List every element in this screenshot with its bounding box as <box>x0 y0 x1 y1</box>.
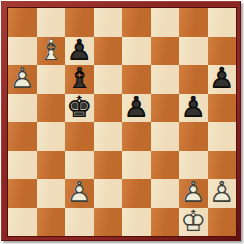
square-g1[interactable]: ♚♔ <box>179 208 208 237</box>
square-d2[interactable] <box>94 179 123 208</box>
square-c4[interactable] <box>65 122 94 151</box>
chess-board: ♝♗♟♙♟♙♝♗♟♙♚♔♟♙♟♙♟♙♟♙♟♙♚♔ <box>8 8 236 236</box>
white-pawn[interactable]: ♟♙ <box>65 179 94 208</box>
square-e3[interactable] <box>122 151 151 180</box>
white-bishop[interactable]: ♝♗ <box>37 37 66 66</box>
piece-glyph-outline: ♙ <box>209 178 235 207</box>
square-b3[interactable] <box>37 151 66 180</box>
square-b1[interactable] <box>37 208 66 237</box>
square-e7[interactable] <box>122 37 151 66</box>
piece-glyph-outline: ♔ <box>180 207 206 236</box>
square-b6[interactable] <box>37 65 66 94</box>
square-g5[interactable]: ♟♙ <box>179 94 208 123</box>
square-h4[interactable] <box>208 122 237 151</box>
square-a5[interactable] <box>8 94 37 123</box>
black-pawn[interactable]: ♟♙ <box>208 65 237 94</box>
square-f6[interactable] <box>151 65 180 94</box>
piece-glyph-outline: ♙ <box>180 93 206 122</box>
square-f4[interactable] <box>151 122 180 151</box>
white-pawn[interactable]: ♟♙ <box>208 179 237 208</box>
black-pawn[interactable]: ♟♙ <box>179 94 208 123</box>
black-king[interactable]: ♚♔ <box>65 94 94 123</box>
square-e8[interactable] <box>122 8 151 37</box>
square-h1[interactable] <box>208 208 237 237</box>
square-a3[interactable] <box>8 151 37 180</box>
square-f2[interactable] <box>151 179 180 208</box>
square-e5[interactable]: ♟♙ <box>122 94 151 123</box>
square-g8[interactable] <box>179 8 208 37</box>
square-h8[interactable] <box>208 8 237 37</box>
square-f8[interactable] <box>151 8 180 37</box>
piece-glyph-outline: ♙ <box>209 64 235 93</box>
board-frame: ♝♗♟♙♟♙♝♗♟♙♚♔♟♙♟♙♟♙♟♙♟♙♚♔ <box>1 1 241 241</box>
square-h5[interactable] <box>208 94 237 123</box>
square-f1[interactable] <box>151 208 180 237</box>
square-f3[interactable] <box>151 151 180 180</box>
square-b4[interactable] <box>37 122 66 151</box>
square-e2[interactable] <box>122 179 151 208</box>
square-c5[interactable]: ♚♔ <box>65 94 94 123</box>
white-pawn[interactable]: ♟♙ <box>8 65 37 94</box>
piece-glyph-outline: ♔ <box>66 93 92 122</box>
square-e4[interactable] <box>122 122 151 151</box>
square-a4[interactable] <box>8 122 37 151</box>
square-d1[interactable] <box>94 208 123 237</box>
piece-glyph-outline: ♙ <box>123 93 149 122</box>
black-pawn[interactable]: ♟♙ <box>122 94 151 123</box>
square-f5[interactable] <box>151 94 180 123</box>
square-d8[interactable] <box>94 8 123 37</box>
square-a6[interactable]: ♟♙ <box>8 65 37 94</box>
square-h2[interactable]: ♟♙ <box>208 179 237 208</box>
piece-glyph-outline: ♙ <box>9 64 35 93</box>
square-d4[interactable] <box>94 122 123 151</box>
square-b2[interactable] <box>37 179 66 208</box>
square-g7[interactable] <box>179 37 208 66</box>
square-b7[interactable]: ♝♗ <box>37 37 66 66</box>
square-d5[interactable] <box>94 94 123 123</box>
piece-glyph-outline: ♙ <box>66 178 92 207</box>
square-d3[interactable] <box>94 151 123 180</box>
square-f7[interactable] <box>151 37 180 66</box>
square-g4[interactable] <box>179 122 208 151</box>
square-h6[interactable]: ♟♙ <box>208 65 237 94</box>
square-c1[interactable] <box>65 208 94 237</box>
white-king[interactable]: ♚♔ <box>179 208 208 237</box>
square-b5[interactable] <box>37 94 66 123</box>
square-e1[interactable] <box>122 208 151 237</box>
piece-glyph-outline: ♗ <box>38 36 64 65</box>
square-a1[interactable] <box>8 208 37 237</box>
square-a2[interactable] <box>8 179 37 208</box>
square-d7[interactable] <box>94 37 123 66</box>
square-c2[interactable]: ♟♙ <box>65 179 94 208</box>
square-d6[interactable] <box>94 65 123 94</box>
square-a8[interactable] <box>8 8 37 37</box>
